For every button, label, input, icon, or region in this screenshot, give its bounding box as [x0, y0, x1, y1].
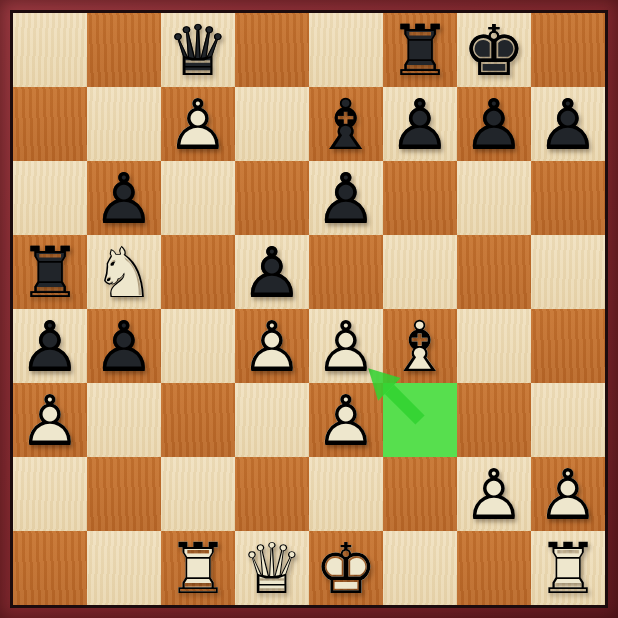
square-a3[interactable]: ♟♙	[13, 383, 87, 457]
piece-white-pawn[interactable]: ♟♙	[161, 87, 235, 161]
square-g8[interactable]: ♚♔	[457, 13, 531, 87]
square-c5[interactable]	[161, 235, 235, 309]
board-frame: ♛♕♜♖♚♔♟♙♝♗♟♙♟♙♟♙♟♙♟♙♜♖♞♘♟♙♟♙♟♙♟♙♟♙♝♗♟♙♟♙…	[0, 0, 618, 618]
piece-white-rook[interactable]: ♜♖	[531, 531, 605, 605]
square-c7[interactable]: ♟♙	[161, 87, 235, 161]
square-h7[interactable]: ♟♙	[531, 87, 605, 161]
square-e3[interactable]: ♟♙	[309, 383, 383, 457]
square-g3[interactable]	[457, 383, 531, 457]
square-a2[interactable]	[13, 457, 87, 531]
square-h2[interactable]: ♟♙	[531, 457, 605, 531]
square-f4[interactable]: ♝♗	[383, 309, 457, 383]
square-h5[interactable]	[531, 235, 605, 309]
square-g1[interactable]	[457, 531, 531, 605]
square-c6[interactable]	[161, 161, 235, 235]
white-bishop-outline: ♗	[383, 309, 457, 383]
square-d7[interactable]	[235, 87, 309, 161]
piece-white-rook[interactable]: ♜♖	[161, 531, 235, 605]
square-g2[interactable]: ♟♙	[457, 457, 531, 531]
square-h3[interactable]	[531, 383, 605, 457]
black-rook-outline: ♖	[13, 235, 87, 309]
white-queen-outline: ♕	[235, 531, 309, 605]
piece-white-queen[interactable]: ♛♕	[235, 531, 309, 605]
square-d6[interactable]	[235, 161, 309, 235]
square-e7[interactable]: ♝♗	[309, 87, 383, 161]
square-g5[interactable]	[457, 235, 531, 309]
black-pawn-outline: ♙	[457, 87, 531, 161]
square-f5[interactable]	[383, 235, 457, 309]
piece-white-king[interactable]: ♚♔	[309, 531, 383, 605]
square-f1[interactable]	[383, 531, 457, 605]
piece-white-pawn[interactable]: ♟♙	[531, 457, 605, 531]
square-f3[interactable]	[383, 383, 457, 457]
square-a7[interactable]	[13, 87, 87, 161]
piece-white-pawn[interactable]: ♟♙	[457, 457, 531, 531]
square-h1[interactable]: ♜♖	[531, 531, 605, 605]
black-bishop-outline: ♗	[309, 87, 383, 161]
square-e8[interactable]	[309, 13, 383, 87]
piece-black-pawn[interactable]: ♟♙	[531, 87, 605, 161]
square-a8[interactable]	[13, 13, 87, 87]
piece-black-pawn[interactable]: ♟♙	[309, 161, 383, 235]
square-b5[interactable]: ♞♘	[87, 235, 161, 309]
square-c2[interactable]	[161, 457, 235, 531]
square-b8[interactable]	[87, 13, 161, 87]
black-pawn-outline: ♙	[235, 235, 309, 309]
black-pawn-outline: ♙	[531, 87, 605, 161]
square-g4[interactable]	[457, 309, 531, 383]
square-f2[interactable]	[383, 457, 457, 531]
chess-board: ♛♕♜♖♚♔♟♙♝♗♟♙♟♙♟♙♟♙♟♙♜♖♞♘♟♙♟♙♟♙♟♙♟♙♝♗♟♙♟♙…	[10, 10, 608, 608]
piece-black-pawn[interactable]: ♟♙	[87, 309, 161, 383]
black-pawn-outline: ♙	[87, 161, 161, 235]
piece-black-pawn[interactable]: ♟♙	[13, 309, 87, 383]
black-queen-outline: ♕	[161, 13, 235, 87]
square-c4[interactable]	[161, 309, 235, 383]
last-move-highlight	[383, 383, 457, 457]
black-pawn-outline: ♙	[13, 309, 87, 383]
square-e4[interactable]: ♟♙	[309, 309, 383, 383]
piece-black-queen[interactable]: ♛♕	[161, 13, 235, 87]
square-d1[interactable]: ♛♕	[235, 531, 309, 605]
piece-white-pawn[interactable]: ♟♙	[235, 309, 309, 383]
square-a5[interactable]: ♜♖	[13, 235, 87, 309]
white-pawn-outline: ♙	[309, 309, 383, 383]
white-pawn-outline: ♙	[309, 383, 383, 457]
black-pawn-outline: ♙	[87, 309, 161, 383]
square-d4[interactable]: ♟♙	[235, 309, 309, 383]
white-rook-outline: ♖	[531, 531, 605, 605]
square-b6[interactable]: ♟♙	[87, 161, 161, 235]
piece-black-pawn[interactable]: ♟♙	[383, 87, 457, 161]
piece-black-pawn[interactable]: ♟♙	[457, 87, 531, 161]
square-d5[interactable]: ♟♙	[235, 235, 309, 309]
square-c1[interactable]: ♜♖	[161, 531, 235, 605]
square-a6[interactable]	[13, 161, 87, 235]
black-king-outline: ♔	[457, 13, 531, 87]
square-h6[interactable]	[531, 161, 605, 235]
piece-white-pawn[interactable]: ♟♙	[309, 383, 383, 457]
square-e6[interactable]: ♟♙	[309, 161, 383, 235]
black-pawn-outline: ♙	[309, 161, 383, 235]
square-b3[interactable]	[87, 383, 161, 457]
white-pawn-outline: ♙	[531, 457, 605, 531]
white-rook-outline: ♖	[161, 531, 235, 605]
white-pawn-outline: ♙	[161, 87, 235, 161]
square-b1[interactable]	[87, 531, 161, 605]
piece-black-pawn[interactable]: ♟♙	[87, 161, 161, 235]
piece-white-bishop[interactable]: ♝♗	[383, 309, 457, 383]
square-f7[interactable]: ♟♙	[383, 87, 457, 161]
square-b2[interactable]	[87, 457, 161, 531]
square-b7[interactable]	[87, 87, 161, 161]
square-e5[interactable]	[309, 235, 383, 309]
black-pawn-outline: ♙	[383, 87, 457, 161]
square-e2[interactable]	[309, 457, 383, 531]
square-e1[interactable]: ♚♔	[309, 531, 383, 605]
white-pawn-outline: ♙	[235, 309, 309, 383]
square-g7[interactable]: ♟♙	[457, 87, 531, 161]
square-d3[interactable]	[235, 383, 309, 457]
black-rook-outline: ♖	[383, 13, 457, 87]
square-g6[interactable]	[457, 161, 531, 235]
square-c3[interactable]	[161, 383, 235, 457]
piece-black-king[interactable]: ♚♔	[457, 13, 531, 87]
screenshot-stage: ♛♕♜♖♚♔♟♙♝♗♟♙♟♙♟♙♟♙♟♙♜♖♞♘♟♙♟♙♟♙♟♙♟♙♝♗♟♙♟♙…	[0, 0, 618, 618]
square-f8[interactable]: ♜♖	[383, 13, 457, 87]
white-pawn-outline: ♙	[13, 383, 87, 457]
piece-black-pawn[interactable]: ♟♙	[235, 235, 309, 309]
square-a1[interactable]	[13, 531, 87, 605]
piece-white-pawn[interactable]: ♟♙	[309, 309, 383, 383]
piece-white-knight[interactable]: ♞♘	[87, 235, 161, 309]
piece-white-pawn[interactable]: ♟♙	[13, 383, 87, 457]
square-h8[interactable]	[531, 13, 605, 87]
square-h4[interactable]	[531, 309, 605, 383]
square-f6[interactable]	[383, 161, 457, 235]
square-a4[interactable]: ♟♙	[13, 309, 87, 383]
white-knight-outline: ♘	[87, 235, 161, 309]
square-d2[interactable]	[235, 457, 309, 531]
white-pawn-outline: ♙	[457, 457, 531, 531]
piece-black-rook[interactable]: ♜♖	[13, 235, 87, 309]
piece-black-rook[interactable]: ♜♖	[383, 13, 457, 87]
white-king-outline: ♔	[309, 531, 383, 605]
square-c8[interactable]: ♛♕	[161, 13, 235, 87]
square-b4[interactable]: ♟♙	[87, 309, 161, 383]
piece-black-bishop[interactable]: ♝♗	[309, 87, 383, 161]
square-d8[interactable]	[235, 13, 309, 87]
